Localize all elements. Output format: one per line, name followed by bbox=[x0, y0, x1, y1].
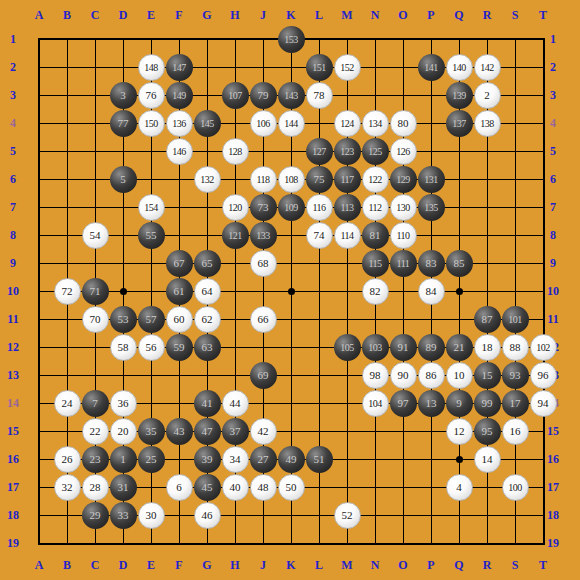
stone-black-K1-move-153: 153 bbox=[278, 26, 305, 53]
col-label-top-N: N bbox=[363, 7, 387, 23]
stone-white-E7-move-154: 154 bbox=[138, 194, 165, 221]
stone-black-F2-move-147: 147 bbox=[166, 54, 193, 81]
row-label-right-17: 17 bbox=[541, 479, 565, 495]
stone-black-Q3-move-139: 139 bbox=[446, 82, 473, 109]
row-label-right-10: 10 bbox=[541, 283, 565, 299]
row-label-right-6: 6 bbox=[541, 171, 565, 187]
stone-black-F9-move-67: 67 bbox=[166, 250, 193, 277]
stone-white-O5-move-126: 126 bbox=[390, 138, 417, 165]
stone-black-H15-move-37: 37 bbox=[222, 418, 249, 445]
col-label-top-C: C bbox=[83, 7, 107, 23]
stone-black-K16-move-49: 49 bbox=[278, 446, 305, 473]
row-label-left-16: 16 bbox=[1, 451, 25, 467]
col-label-bottom-L: L bbox=[307, 557, 331, 573]
star-point-K10 bbox=[288, 288, 295, 295]
stone-white-J17-move-48: 48 bbox=[250, 474, 277, 501]
stone-black-D18-move-33: 33 bbox=[110, 502, 137, 529]
stone-white-J4-move-106: 106 bbox=[250, 110, 277, 137]
stone-black-J3-move-79: 79 bbox=[250, 82, 277, 109]
col-label-top-E: E bbox=[139, 7, 163, 23]
row-label-right-2: 2 bbox=[541, 59, 565, 75]
stone-black-D4-move-77: 77 bbox=[110, 110, 137, 137]
col-label-bottom-R: R bbox=[475, 557, 499, 573]
stone-black-J7-move-73: 73 bbox=[250, 194, 277, 221]
col-label-bottom-Q: Q bbox=[447, 557, 471, 573]
stone-black-N12-move-103: 103 bbox=[362, 334, 389, 361]
stone-white-R3-move-2: 2 bbox=[474, 82, 501, 109]
go-board: AABBCCDDEEFFGGHHJJKKLLMMNNOOPPQQRRSSTT11… bbox=[0, 0, 580, 580]
stone-white-R12-move-18: 18 bbox=[474, 334, 501, 361]
stone-white-N13-move-98: 98 bbox=[362, 362, 389, 389]
stone-white-O8-move-110: 110 bbox=[390, 222, 417, 249]
col-label-top-J: J bbox=[251, 7, 275, 23]
stone-black-L2-move-151: 151 bbox=[306, 54, 333, 81]
stone-black-P2-move-141: 141 bbox=[418, 54, 445, 81]
row-label-right-4: 4 bbox=[541, 115, 565, 131]
stone-white-Q2-move-140: 140 bbox=[446, 54, 473, 81]
col-label-top-H: H bbox=[223, 7, 247, 23]
stone-white-L7-move-116: 116 bbox=[306, 194, 333, 221]
stone-black-G16-move-39: 39 bbox=[194, 446, 221, 473]
stone-white-C8-move-54: 54 bbox=[82, 222, 109, 249]
stone-white-L3-move-78: 78 bbox=[306, 82, 333, 109]
row-label-left-8: 8 bbox=[1, 227, 25, 243]
col-label-bottom-T: T bbox=[531, 557, 555, 573]
stone-black-G17-move-45: 45 bbox=[194, 474, 221, 501]
stone-black-M7-move-113: 113 bbox=[334, 194, 361, 221]
stone-black-S11-move-101: 101 bbox=[502, 306, 529, 333]
stone-white-D15-move-20: 20 bbox=[110, 418, 137, 445]
stone-black-M5-move-123: 123 bbox=[334, 138, 361, 165]
stone-black-O14-move-97: 97 bbox=[390, 390, 417, 417]
stone-white-H14-move-44: 44 bbox=[222, 390, 249, 417]
stone-white-T13-move-96: 96 bbox=[530, 362, 557, 389]
stone-white-O13-move-90: 90 bbox=[390, 362, 417, 389]
row-label-left-19: 19 bbox=[1, 535, 25, 551]
stone-black-P14-move-13: 13 bbox=[418, 390, 445, 417]
stone-white-H7-move-120: 120 bbox=[222, 194, 249, 221]
stone-white-E3-move-76: 76 bbox=[138, 82, 165, 109]
stone-white-B17-move-32: 32 bbox=[54, 474, 81, 501]
stone-black-E8-move-55: 55 bbox=[138, 222, 165, 249]
stone-black-F12-move-59: 59 bbox=[166, 334, 193, 361]
star-point-D10 bbox=[120, 288, 127, 295]
col-label-top-R: R bbox=[475, 7, 499, 23]
stone-white-S15-move-16: 16 bbox=[502, 418, 529, 445]
stone-black-D16-move-1: 1 bbox=[110, 446, 137, 473]
stone-black-P12-move-89: 89 bbox=[418, 334, 445, 361]
stone-black-G9-move-65: 65 bbox=[194, 250, 221, 277]
col-label-bottom-A: A bbox=[27, 557, 51, 573]
row-label-right-11: 11 bbox=[541, 311, 565, 327]
stone-black-E11-move-57: 57 bbox=[138, 306, 165, 333]
row-label-right-16: 16 bbox=[541, 451, 565, 467]
row-label-right-18: 18 bbox=[541, 507, 565, 523]
stone-white-J9-move-68: 68 bbox=[250, 250, 277, 277]
stone-black-F3-move-149: 149 bbox=[166, 82, 193, 109]
col-label-bottom-F: F bbox=[167, 557, 191, 573]
stone-black-C16-move-23: 23 bbox=[82, 446, 109, 473]
stone-white-D14-move-36: 36 bbox=[110, 390, 137, 417]
stone-white-B14-move-24: 24 bbox=[54, 390, 81, 417]
stone-black-Q9-move-85: 85 bbox=[446, 250, 473, 277]
stone-black-P9-move-83: 83 bbox=[418, 250, 445, 277]
col-label-top-S: S bbox=[503, 7, 527, 23]
stone-black-J16-move-27: 27 bbox=[250, 446, 277, 473]
stone-white-T14-move-94: 94 bbox=[530, 390, 557, 417]
stone-black-D6-move-5: 5 bbox=[110, 166, 137, 193]
stone-white-D12-move-58: 58 bbox=[110, 334, 137, 361]
row-label-right-9: 9 bbox=[541, 255, 565, 271]
stone-white-R16-move-14: 14 bbox=[474, 446, 501, 473]
stone-black-G4-move-145: 145 bbox=[194, 110, 221, 137]
stone-black-R15-move-95: 95 bbox=[474, 418, 501, 445]
stone-black-Q14-move-9: 9 bbox=[446, 390, 473, 417]
stone-white-S17-move-100: 100 bbox=[502, 474, 529, 501]
col-label-bottom-N: N bbox=[363, 557, 387, 573]
col-label-top-Q: Q bbox=[447, 7, 471, 23]
col-label-bottom-K: K bbox=[279, 557, 303, 573]
stone-white-C15-move-22: 22 bbox=[82, 418, 109, 445]
stone-black-C14-move-7: 7 bbox=[82, 390, 109, 417]
stone-black-K3-move-143: 143 bbox=[278, 82, 305, 109]
col-label-bottom-C: C bbox=[83, 557, 107, 573]
stone-black-J8-move-133: 133 bbox=[250, 222, 277, 249]
row-label-right-3: 3 bbox=[541, 87, 565, 103]
row-label-left-12: 12 bbox=[1, 339, 25, 355]
row-label-right-15: 15 bbox=[541, 423, 565, 439]
stone-white-F17-move-6: 6 bbox=[166, 474, 193, 501]
stone-white-E18-move-30: 30 bbox=[138, 502, 165, 529]
stone-white-J6-move-118: 118 bbox=[250, 166, 277, 193]
row-label-left-3: 3 bbox=[1, 87, 25, 103]
star-point-Q10 bbox=[456, 288, 463, 295]
stone-black-S13-move-93: 93 bbox=[502, 362, 529, 389]
stone-black-G15-move-47: 47 bbox=[194, 418, 221, 445]
stone-white-M18-move-52: 52 bbox=[334, 502, 361, 529]
stone-white-E12-move-56: 56 bbox=[138, 334, 165, 361]
row-label-left-5: 5 bbox=[1, 143, 25, 159]
stone-black-L6-move-75: 75 bbox=[306, 166, 333, 193]
stone-black-D3-move-3: 3 bbox=[110, 82, 137, 109]
stone-white-L8-move-74: 74 bbox=[306, 222, 333, 249]
row-label-left-18: 18 bbox=[1, 507, 25, 523]
stone-black-N9-move-115: 115 bbox=[362, 250, 389, 277]
stone-white-G10-move-64: 64 bbox=[194, 278, 221, 305]
stone-white-H16-move-34: 34 bbox=[222, 446, 249, 473]
row-label-left-14: 14 bbox=[1, 395, 25, 411]
row-label-left-13: 13 bbox=[1, 367, 25, 383]
stone-white-N7-move-112: 112 bbox=[362, 194, 389, 221]
stone-white-R2-move-142: 142 bbox=[474, 54, 501, 81]
col-label-top-K: K bbox=[279, 7, 303, 23]
col-label-bottom-O: O bbox=[391, 557, 415, 573]
stone-black-H8-move-121: 121 bbox=[222, 222, 249, 249]
stone-white-N4-move-134: 134 bbox=[362, 110, 389, 137]
col-label-bottom-B: B bbox=[55, 557, 79, 573]
stone-black-E15-move-35: 35 bbox=[138, 418, 165, 445]
stone-white-G18-move-46: 46 bbox=[194, 502, 221, 529]
stone-black-H3-move-107: 107 bbox=[222, 82, 249, 109]
row-label-left-17: 17 bbox=[1, 479, 25, 495]
stone-white-Q13-move-10: 10 bbox=[446, 362, 473, 389]
stone-black-D17-move-31: 31 bbox=[110, 474, 137, 501]
stone-black-K7-move-109: 109 bbox=[278, 194, 305, 221]
col-label-top-G: G bbox=[195, 7, 219, 23]
stone-black-P6-move-131: 131 bbox=[418, 166, 445, 193]
stone-white-C11-move-70: 70 bbox=[82, 306, 109, 333]
stone-black-C10-move-71: 71 bbox=[82, 278, 109, 305]
stone-white-N14-move-104: 104 bbox=[362, 390, 389, 417]
stone-white-H17-move-40: 40 bbox=[222, 474, 249, 501]
col-label-top-O: O bbox=[391, 7, 415, 23]
col-label-bottom-H: H bbox=[223, 557, 247, 573]
stone-black-L5-move-127: 127 bbox=[306, 138, 333, 165]
row-label-right-7: 7 bbox=[541, 199, 565, 215]
stone-white-C17-move-28: 28 bbox=[82, 474, 109, 501]
stone-black-P7-move-135: 135 bbox=[418, 194, 445, 221]
stone-white-S12-move-88: 88 bbox=[502, 334, 529, 361]
stone-black-R14-move-99: 99 bbox=[474, 390, 501, 417]
stone-black-J13-move-69: 69 bbox=[250, 362, 277, 389]
col-label-top-D: D bbox=[111, 7, 135, 23]
stone-white-B10-move-72: 72 bbox=[54, 278, 81, 305]
stone-white-O4-move-80: 80 bbox=[390, 110, 417, 137]
stone-white-O7-move-130: 130 bbox=[390, 194, 417, 221]
stone-white-M8-move-114: 114 bbox=[334, 222, 361, 249]
stone-black-O9-move-111: 111 bbox=[390, 250, 417, 277]
col-label-top-A: A bbox=[27, 7, 51, 23]
stone-white-F4-move-136: 136 bbox=[166, 110, 193, 137]
row-label-right-1: 1 bbox=[541, 31, 565, 47]
col-label-top-B: B bbox=[55, 7, 79, 23]
row-label-right-5: 5 bbox=[541, 143, 565, 159]
stone-white-J15-move-42: 42 bbox=[250, 418, 277, 445]
stone-white-K4-move-144: 144 bbox=[278, 110, 305, 137]
stone-black-O6-move-129: 129 bbox=[390, 166, 417, 193]
stone-white-R4-move-138: 138 bbox=[474, 110, 501, 137]
stone-white-G6-move-132: 132 bbox=[194, 166, 221, 193]
stone-black-N8-move-81: 81 bbox=[362, 222, 389, 249]
stone-black-Q12-move-21: 21 bbox=[446, 334, 473, 361]
row-label-left-4: 4 bbox=[1, 115, 25, 131]
col-label-bottom-S: S bbox=[503, 557, 527, 573]
stone-black-M6-move-117: 117 bbox=[334, 166, 361, 193]
stone-white-B16-move-26: 26 bbox=[54, 446, 81, 473]
stone-white-Q17-move-4: 4 bbox=[446, 474, 473, 501]
stone-white-N6-move-122: 122 bbox=[362, 166, 389, 193]
stone-black-S14-move-17: 17 bbox=[502, 390, 529, 417]
stone-black-G12-move-63: 63 bbox=[194, 334, 221, 361]
row-label-left-1: 1 bbox=[1, 31, 25, 47]
stone-black-C18-move-29: 29 bbox=[82, 502, 109, 529]
stone-white-G11-move-62: 62 bbox=[194, 306, 221, 333]
stone-white-J11-move-66: 66 bbox=[250, 306, 277, 333]
row-label-left-10: 10 bbox=[1, 283, 25, 299]
stone-white-Q15-move-12: 12 bbox=[446, 418, 473, 445]
stone-white-M4-move-124: 124 bbox=[334, 110, 361, 137]
stone-white-T12-move-102: 102 bbox=[530, 334, 557, 361]
stone-black-M12-move-105: 105 bbox=[334, 334, 361, 361]
stone-black-N5-move-125: 125 bbox=[362, 138, 389, 165]
star-point-Q16 bbox=[456, 456, 463, 463]
stone-white-F5-move-146: 146 bbox=[166, 138, 193, 165]
col-label-bottom-G: G bbox=[195, 557, 219, 573]
stone-white-E4-move-150: 150 bbox=[138, 110, 165, 137]
stone-black-O12-move-91: 91 bbox=[390, 334, 417, 361]
stone-black-F15-move-43: 43 bbox=[166, 418, 193, 445]
row-label-left-15: 15 bbox=[1, 423, 25, 439]
row-label-left-9: 9 bbox=[1, 255, 25, 271]
row-label-left-11: 11 bbox=[1, 311, 25, 327]
col-label-bottom-J: J bbox=[251, 557, 275, 573]
col-label-top-F: F bbox=[167, 7, 191, 23]
stone-black-E16-move-25: 25 bbox=[138, 446, 165, 473]
col-label-top-L: L bbox=[307, 7, 331, 23]
row-label-right-8: 8 bbox=[541, 227, 565, 243]
stone-white-K6-move-108: 108 bbox=[278, 166, 305, 193]
stone-black-R13-move-15: 15 bbox=[474, 362, 501, 389]
row-label-left-6: 6 bbox=[1, 171, 25, 187]
col-label-bottom-M: M bbox=[335, 557, 359, 573]
col-label-top-T: T bbox=[531, 7, 555, 23]
stone-black-F10-move-61: 61 bbox=[166, 278, 193, 305]
stone-white-P10-move-84: 84 bbox=[418, 278, 445, 305]
row-label-right-19: 19 bbox=[541, 535, 565, 551]
row-label-left-2: 2 bbox=[1, 59, 25, 75]
stone-white-N10-move-82: 82 bbox=[362, 278, 389, 305]
stone-black-G14-move-41: 41 bbox=[194, 390, 221, 417]
stone-white-K17-move-50: 50 bbox=[278, 474, 305, 501]
col-label-top-P: P bbox=[419, 7, 443, 23]
stone-white-H5-move-128: 128 bbox=[222, 138, 249, 165]
stone-black-Q4-move-137: 137 bbox=[446, 110, 473, 137]
row-label-left-7: 7 bbox=[1, 199, 25, 215]
col-label-bottom-D: D bbox=[111, 557, 135, 573]
stone-black-R11-move-87: 87 bbox=[474, 306, 501, 333]
stone-black-L16-move-51: 51 bbox=[306, 446, 333, 473]
stone-black-D11-move-53: 53 bbox=[110, 306, 137, 333]
stone-white-P13-move-86: 86 bbox=[418, 362, 445, 389]
stone-white-M2-move-152: 152 bbox=[334, 54, 361, 81]
stone-white-E2-move-148: 148 bbox=[138, 54, 165, 81]
stone-white-F11-move-60: 60 bbox=[166, 306, 193, 333]
col-label-top-M: M bbox=[335, 7, 359, 23]
col-label-bottom-P: P bbox=[419, 557, 443, 573]
col-label-bottom-E: E bbox=[139, 557, 163, 573]
